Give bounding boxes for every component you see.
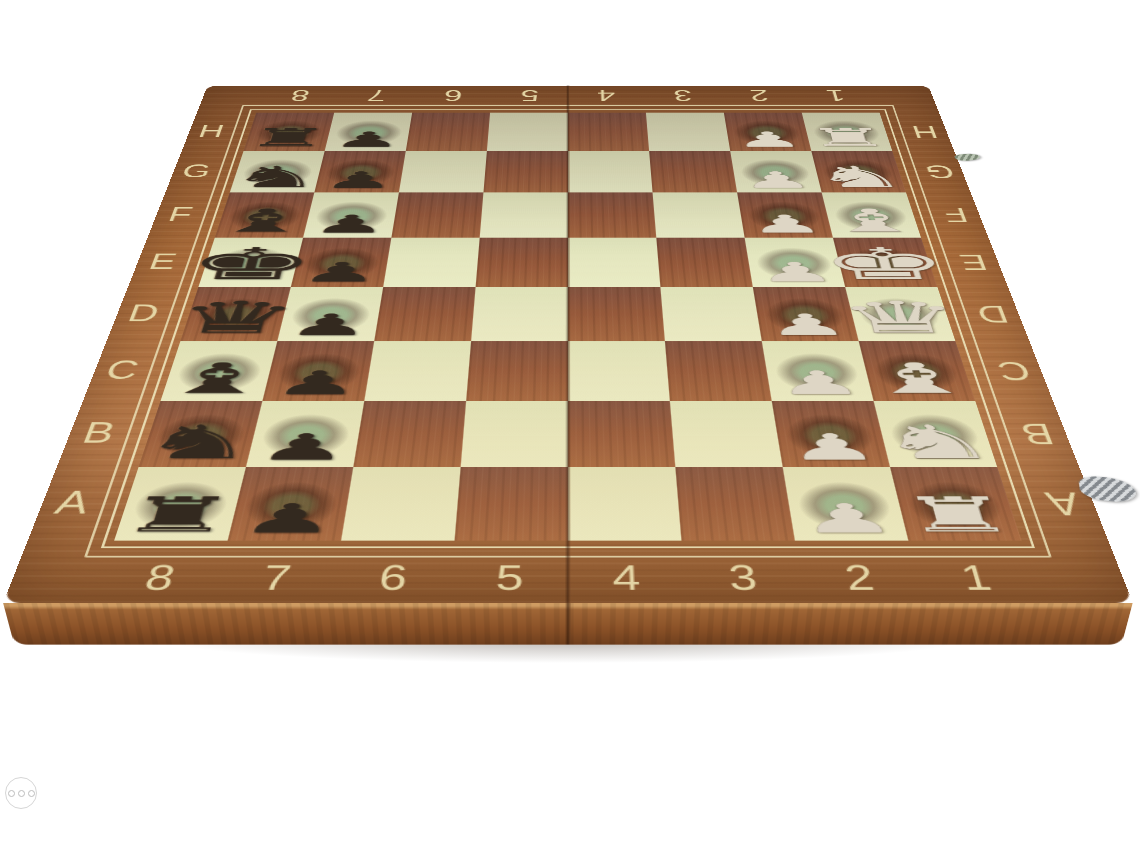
file-label-left-b: B (66, 417, 131, 450)
rank-label-far-7: 7 (336, 86, 416, 104)
file-label-left-c: C (91, 356, 152, 386)
rank-label-far-3: 3 (644, 86, 723, 104)
rank-label-far-8: 8 (259, 86, 341, 104)
square-b2[interactable] (772, 401, 890, 467)
rank-label-far-6: 6 (414, 86, 493, 104)
page-background: 8877665544332211HHGGFFEEDDCCBBAA ♜♟♟♜♞♟♟… (0, 0, 1140, 855)
rank-label-near-5: 5 (450, 558, 568, 599)
square-c2[interactable] (762, 341, 874, 401)
square-a4[interactable] (568, 467, 681, 541)
piece-white-bishop-f1[interactable]: ♝ (822, 192, 922, 237)
dot-icon (8, 790, 15, 797)
file-label-right-c: C (984, 356, 1045, 386)
square-c5[interactable] (466, 341, 568, 401)
rank-label-far-5: 5 (491, 86, 568, 104)
rank-label-near-3: 3 (683, 558, 805, 599)
more-options-button[interactable] (5, 777, 37, 809)
piece-white-knight-g1[interactable]: ♞ (811, 151, 906, 192)
square-b4[interactable] (568, 401, 675, 467)
square-c6[interactable] (364, 341, 471, 401)
rank-label-near-4: 4 (568, 558, 686, 599)
square-d5[interactable] (471, 287, 568, 341)
rank-label-near-6: 6 (331, 558, 453, 599)
black-pawn-glyph: ♟ (240, 212, 457, 236)
square-f4[interactable] (568, 192, 656, 237)
square-g4[interactable] (568, 151, 653, 192)
square-e5[interactable] (476, 238, 568, 287)
square-c8[interactable] (161, 341, 278, 401)
piece-black-pawn-h7[interactable]: ♟ (325, 113, 412, 151)
square-f5[interactable] (480, 192, 568, 237)
metal-clasp (1078, 474, 1138, 504)
fold-seam-front (565, 603, 571, 645)
square-a8[interactable] (114, 467, 246, 541)
square-a2[interactable] (783, 467, 909, 541)
black-pawn-glyph: ♟ (225, 259, 452, 286)
square-c1[interactable] (859, 341, 976, 401)
square-a3[interactable] (675, 467, 795, 541)
white-knight-glyph: ♞ (756, 162, 967, 191)
rank-label-far-4: 4 (568, 86, 645, 104)
square-b1[interactable] (874, 401, 998, 467)
rank-label-near-1: 1 (913, 558, 1042, 599)
black-pawn-glyph: ♟ (254, 169, 462, 191)
square-b6[interactable] (353, 401, 466, 467)
square-c7[interactable] (262, 341, 374, 401)
file-label-left-a: A (38, 485, 107, 522)
file-label-right-b: B (1005, 417, 1070, 450)
square-c4[interactable] (568, 341, 670, 401)
square-g5[interactable] (483, 151, 568, 192)
rank-label-near-7: 7 (213, 558, 338, 599)
dot-icon (28, 790, 35, 797)
rank-label-near-8: 8 (95, 558, 224, 599)
square-a5[interactable] (455, 467, 568, 541)
white-king-glyph: ♚ (771, 242, 1003, 286)
square-h5[interactable] (487, 113, 568, 151)
square-c3[interactable] (665, 341, 772, 401)
piece-white-king-e1[interactable]: ♚ (833, 238, 938, 287)
box-front-face (3, 603, 1133, 645)
square-b5[interactable] (461, 401, 568, 467)
square-e4[interactable] (568, 238, 660, 287)
hinge-clasp (953, 153, 982, 161)
piece-black-pawn-f7[interactable]: ♟ (303, 192, 399, 237)
rank-label-far-2: 2 (719, 86, 799, 104)
square-a7[interactable] (228, 467, 354, 541)
white-bishop-glyph: ♝ (764, 205, 984, 237)
rank-label-near-2: 2 (798, 558, 923, 599)
dot-icon (18, 790, 25, 797)
square-b8[interactable] (139, 401, 263, 467)
piece-white-rook-h1[interactable]: ♜ (802, 113, 893, 151)
square-a6[interactable] (341, 467, 461, 541)
square-h4[interactable] (568, 113, 649, 151)
square-b7[interactable] (246, 401, 364, 467)
square-b3[interactable] (670, 401, 783, 467)
square-d4[interactable] (568, 287, 665, 341)
chess-board: 8877665544332211HHGGFFEEDDCCBBAA ♜♟♟♜♞♟♟… (3, 86, 1133, 603)
white-rook-glyph: ♜ (749, 125, 950, 150)
rank-label-far-1: 1 (795, 86, 877, 104)
